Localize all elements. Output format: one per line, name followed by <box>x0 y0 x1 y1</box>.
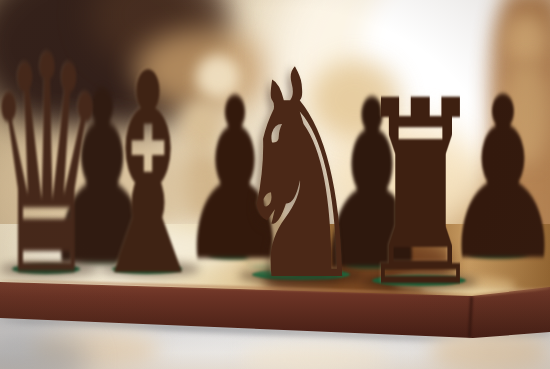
table-warm-glow-center <box>240 345 390 369</box>
knight-piece-dark-in-focus: ♞ <box>225 34 374 321</box>
queen-piece-dark: ♛ <box>0 18 115 318</box>
chess-photograph: ♟ ♟ ♟ ♟ ♟ ♝ ♛ ♜ ♞ <box>0 0 550 369</box>
